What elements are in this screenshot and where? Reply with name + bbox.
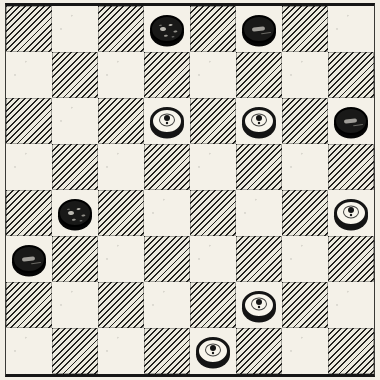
dark-square — [328, 328, 374, 374]
dark-square — [98, 190, 144, 236]
square-19[interactable] — [236, 190, 282, 236]
dark-square — [144, 52, 190, 98]
dark-square — [190, 282, 236, 328]
square-1[interactable] — [52, 6, 98, 52]
square-5[interactable] — [6, 52, 52, 98]
checkers-board — [5, 3, 375, 377]
dark-square — [52, 52, 98, 98]
square-31[interactable] — [190, 328, 236, 374]
white-man-piece[interactable] — [242, 107, 276, 135]
square-15[interactable] — [190, 144, 236, 190]
square-13[interactable] — [6, 144, 52, 190]
dark-square — [98, 282, 144, 328]
black-man-piece[interactable] — [334, 107, 368, 135]
black-man-piece[interactable] — [242, 15, 276, 43]
dark-square — [6, 190, 52, 236]
square-22[interactable] — [98, 236, 144, 282]
dark-square — [6, 282, 52, 328]
dark-square — [190, 98, 236, 144]
square-6[interactable] — [98, 52, 144, 98]
dark-square — [144, 236, 190, 282]
square-24[interactable] — [282, 236, 328, 282]
dark-square — [190, 6, 236, 52]
square-11[interactable] — [236, 98, 282, 144]
square-30[interactable] — [98, 328, 144, 374]
dark-square — [236, 144, 282, 190]
dark-square — [328, 236, 374, 282]
dark-square — [6, 6, 52, 52]
square-26[interactable] — [144, 282, 190, 328]
diagram-page — [0, 0, 380, 380]
square-20[interactable] — [328, 190, 374, 236]
square-8[interactable] — [282, 52, 328, 98]
dark-square — [52, 328, 98, 374]
white-man-piece[interactable] — [196, 337, 230, 365]
square-23[interactable] — [190, 236, 236, 282]
white-man-piece[interactable] — [150, 107, 184, 135]
dark-square — [328, 52, 374, 98]
black-man-piece[interactable] — [150, 15, 184, 43]
square-28[interactable] — [328, 282, 374, 328]
square-14[interactable] — [98, 144, 144, 190]
square-9[interactable] — [52, 98, 98, 144]
dark-square — [282, 6, 328, 52]
dark-square — [328, 144, 374, 190]
white-man-piece[interactable] — [242, 291, 276, 319]
dark-square — [98, 98, 144, 144]
dark-square — [190, 190, 236, 236]
dark-square — [236, 236, 282, 282]
square-4[interactable] — [328, 6, 374, 52]
square-21[interactable] — [6, 236, 52, 282]
dark-square — [52, 236, 98, 282]
square-10[interactable] — [144, 98, 190, 144]
square-18[interactable] — [144, 190, 190, 236]
square-25[interactable] — [52, 282, 98, 328]
square-29[interactable] — [6, 328, 52, 374]
square-16[interactable] — [282, 144, 328, 190]
dark-square — [282, 190, 328, 236]
dark-square — [144, 328, 190, 374]
black-man-piece[interactable] — [12, 245, 46, 273]
dark-square — [98, 6, 144, 52]
square-7[interactable] — [190, 52, 236, 98]
dark-square — [282, 98, 328, 144]
square-27[interactable] — [236, 282, 282, 328]
dark-square — [6, 98, 52, 144]
dark-square — [52, 144, 98, 190]
square-3[interactable] — [236, 6, 282, 52]
square-17[interactable] — [52, 190, 98, 236]
black-man-piece[interactable] — [58, 199, 92, 227]
dark-square — [236, 52, 282, 98]
square-32[interactable] — [282, 328, 328, 374]
dark-square — [236, 328, 282, 374]
white-man-piece[interactable] — [334, 199, 368, 227]
dark-square — [144, 144, 190, 190]
square-12[interactable] — [328, 98, 374, 144]
dark-square — [282, 282, 328, 328]
square-2[interactable] — [144, 6, 190, 52]
